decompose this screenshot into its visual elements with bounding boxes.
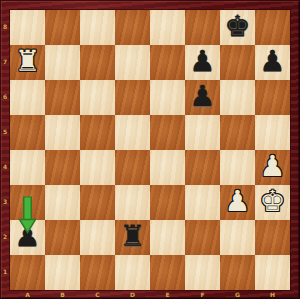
square-e7[interactable]	[150, 45, 185, 80]
file-label-d: D	[115, 291, 150, 298]
square-f8[interactable]	[185, 10, 220, 45]
rank-label-3: 3	[0, 199, 10, 205]
square-d2[interactable]: ♜	[115, 220, 150, 255]
square-a8[interactable]	[10, 10, 45, 45]
square-f1[interactable]	[185, 255, 220, 290]
square-c3[interactable]	[80, 185, 115, 220]
square-g2[interactable]	[220, 220, 255, 255]
square-a4[interactable]	[10, 150, 45, 185]
file-label-c: C	[80, 291, 115, 298]
square-d4[interactable]	[115, 150, 150, 185]
file-label-g: G	[220, 291, 255, 298]
file-label-f: F	[185, 291, 220, 298]
square-g1[interactable]	[220, 255, 255, 290]
square-b5[interactable]	[45, 115, 80, 150]
rank-label-4: 4	[0, 164, 10, 170]
square-b6[interactable]	[45, 80, 80, 115]
piece-white-king-h3[interactable]: ♚	[260, 187, 286, 216]
square-a2[interactable]: ♟	[10, 220, 45, 255]
chess-board-frame: ♚♜♟♟♟♟♟♚♟♜ 87654321 ABCDEFGH	[0, 0, 300, 299]
square-f5[interactable]	[185, 115, 220, 150]
square-b7[interactable]	[45, 45, 80, 80]
square-d1[interactable]	[115, 255, 150, 290]
square-f4[interactable]	[185, 150, 220, 185]
square-h1[interactable]	[255, 255, 290, 290]
square-e6[interactable]	[150, 80, 185, 115]
square-b3[interactable]	[45, 185, 80, 220]
square-f7[interactable]: ♟	[185, 45, 220, 80]
square-c4[interactable]	[80, 150, 115, 185]
square-g3[interactable]: ♟	[220, 185, 255, 220]
square-g6[interactable]	[220, 80, 255, 115]
square-e1[interactable]	[150, 255, 185, 290]
square-d5[interactable]	[115, 115, 150, 150]
square-b8[interactable]	[45, 10, 80, 45]
square-e3[interactable]	[150, 185, 185, 220]
square-d8[interactable]	[115, 10, 150, 45]
square-h5[interactable]	[255, 115, 290, 150]
piece-black-rook-d2[interactable]: ♜	[120, 222, 146, 251]
square-c2[interactable]	[80, 220, 115, 255]
rank-label-2: 2	[0, 234, 10, 240]
square-c6[interactable]	[80, 80, 115, 115]
square-a3[interactable]	[10, 185, 45, 220]
piece-white-rook-a7[interactable]: ♜	[15, 47, 41, 76]
square-h2[interactable]	[255, 220, 290, 255]
piece-black-pawn-a2[interactable]: ♟	[15, 222, 41, 251]
square-c7[interactable]	[80, 45, 115, 80]
square-h8[interactable]	[255, 10, 290, 45]
square-a7[interactable]: ♜	[10, 45, 45, 80]
piece-black-pawn-f6[interactable]: ♟	[190, 82, 216, 111]
square-h3[interactable]: ♚	[255, 185, 290, 220]
square-b4[interactable]	[45, 150, 80, 185]
square-d6[interactable]	[115, 80, 150, 115]
square-f3[interactable]	[185, 185, 220, 220]
square-d7[interactable]	[115, 45, 150, 80]
square-d3[interactable]	[115, 185, 150, 220]
square-e5[interactable]	[150, 115, 185, 150]
square-a1[interactable]	[10, 255, 45, 290]
square-b1[interactable]	[45, 255, 80, 290]
square-f2[interactable]	[185, 220, 220, 255]
file-label-e: E	[150, 291, 185, 298]
square-c8[interactable]	[80, 10, 115, 45]
square-g7[interactable]	[220, 45, 255, 80]
square-f6[interactable]: ♟	[185, 80, 220, 115]
square-g4[interactable]	[220, 150, 255, 185]
chess-board: ♚♜♟♟♟♟♟♚♟♜	[10, 10, 290, 290]
file-label-b: B	[45, 291, 80, 298]
square-g5[interactable]	[220, 115, 255, 150]
rank-label-5: 5	[0, 129, 10, 135]
square-g8[interactable]: ♚	[220, 10, 255, 45]
piece-black-king-g8[interactable]: ♚	[225, 12, 251, 41]
square-a6[interactable]	[10, 80, 45, 115]
square-e2[interactable]	[150, 220, 185, 255]
square-a5[interactable]	[10, 115, 45, 150]
square-h6[interactable]	[255, 80, 290, 115]
piece-white-pawn-h4[interactable]: ♟	[260, 152, 286, 181]
square-e4[interactable]	[150, 150, 185, 185]
square-b2[interactable]	[45, 220, 80, 255]
file-label-a: A	[10, 291, 45, 298]
square-h7[interactable]: ♟	[255, 45, 290, 80]
piece-black-pawn-f7[interactable]: ♟	[190, 47, 216, 76]
square-c5[interactable]	[80, 115, 115, 150]
rank-label-1: 1	[0, 269, 10, 275]
piece-white-pawn-g3[interactable]: ♟	[225, 187, 251, 216]
square-h4[interactable]: ♟	[255, 150, 290, 185]
rank-label-8: 8	[0, 24, 10, 30]
rank-label-7: 7	[0, 59, 10, 65]
square-c1[interactable]	[80, 255, 115, 290]
rank-label-6: 6	[0, 94, 10, 100]
square-e8[interactable]	[150, 10, 185, 45]
piece-black-pawn-h7[interactable]: ♟	[260, 47, 286, 76]
file-label-h: H	[255, 291, 290, 298]
